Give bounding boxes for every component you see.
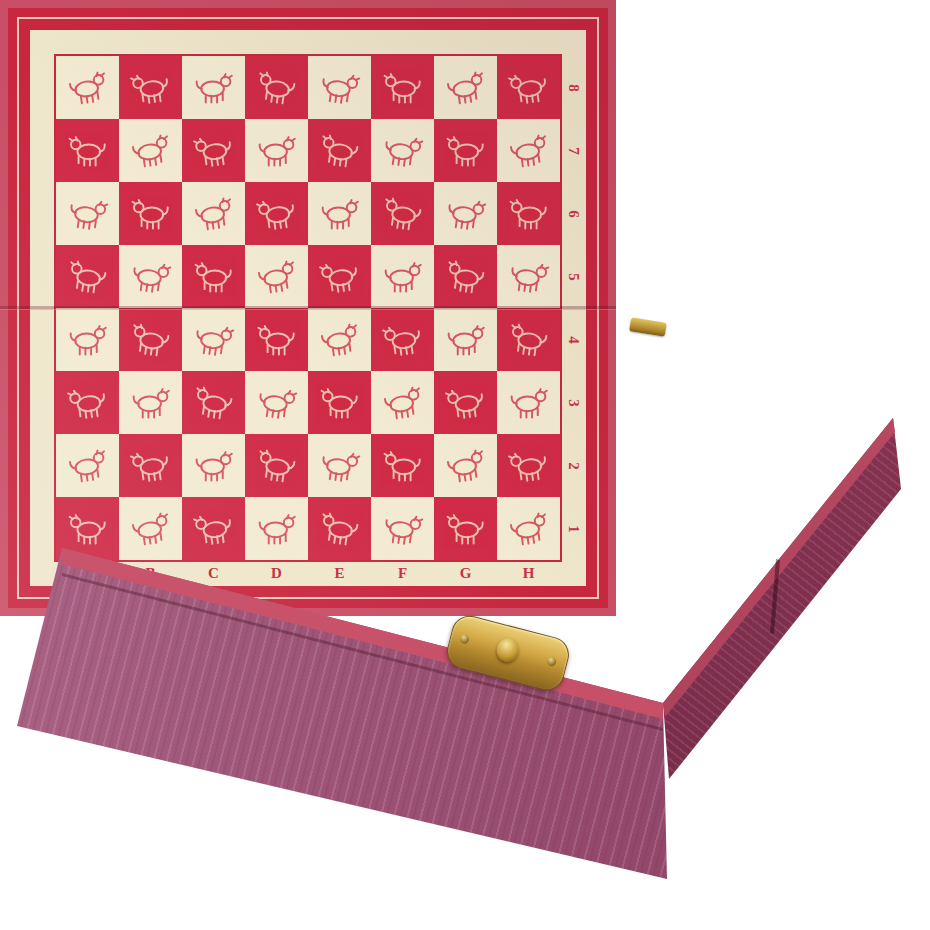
file-label-d: D — [271, 565, 282, 582]
rank-label-5: 5 — [565, 273, 582, 281]
chess-board: ABCDEFGH12345678 — [0, 0, 616, 616]
file-label-g: G — [460, 565, 472, 582]
brass-hinge — [629, 317, 667, 336]
rank-label-4: 4 — [565, 336, 582, 344]
file-label-b: B — [145, 565, 155, 582]
rank-label-8: 8 — [565, 84, 582, 92]
rank-label-3: 3 — [565, 399, 582, 407]
brass-latch — [438, 607, 577, 699]
chess-set-photo: ABCDEFGH12345678 ♜♞♝♚♛♝♞♜♟♟♟♟♟♟♟♟♟♟♟♟♟♟♟… — [0, 0, 930, 930]
rank-label-2: 2 — [565, 462, 582, 470]
file-label-f: F — [398, 565, 407, 582]
file-label-a: A — [82, 565, 93, 582]
board-sheen — [0, 0, 616, 616]
file-label-e: E — [334, 565, 344, 582]
file-label-h: H — [523, 565, 535, 582]
rank-label-1: 1 — [565, 525, 582, 533]
file-label-c: C — [208, 565, 219, 582]
rank-label-6: 6 — [565, 210, 582, 218]
rank-label-7: 7 — [565, 147, 582, 155]
